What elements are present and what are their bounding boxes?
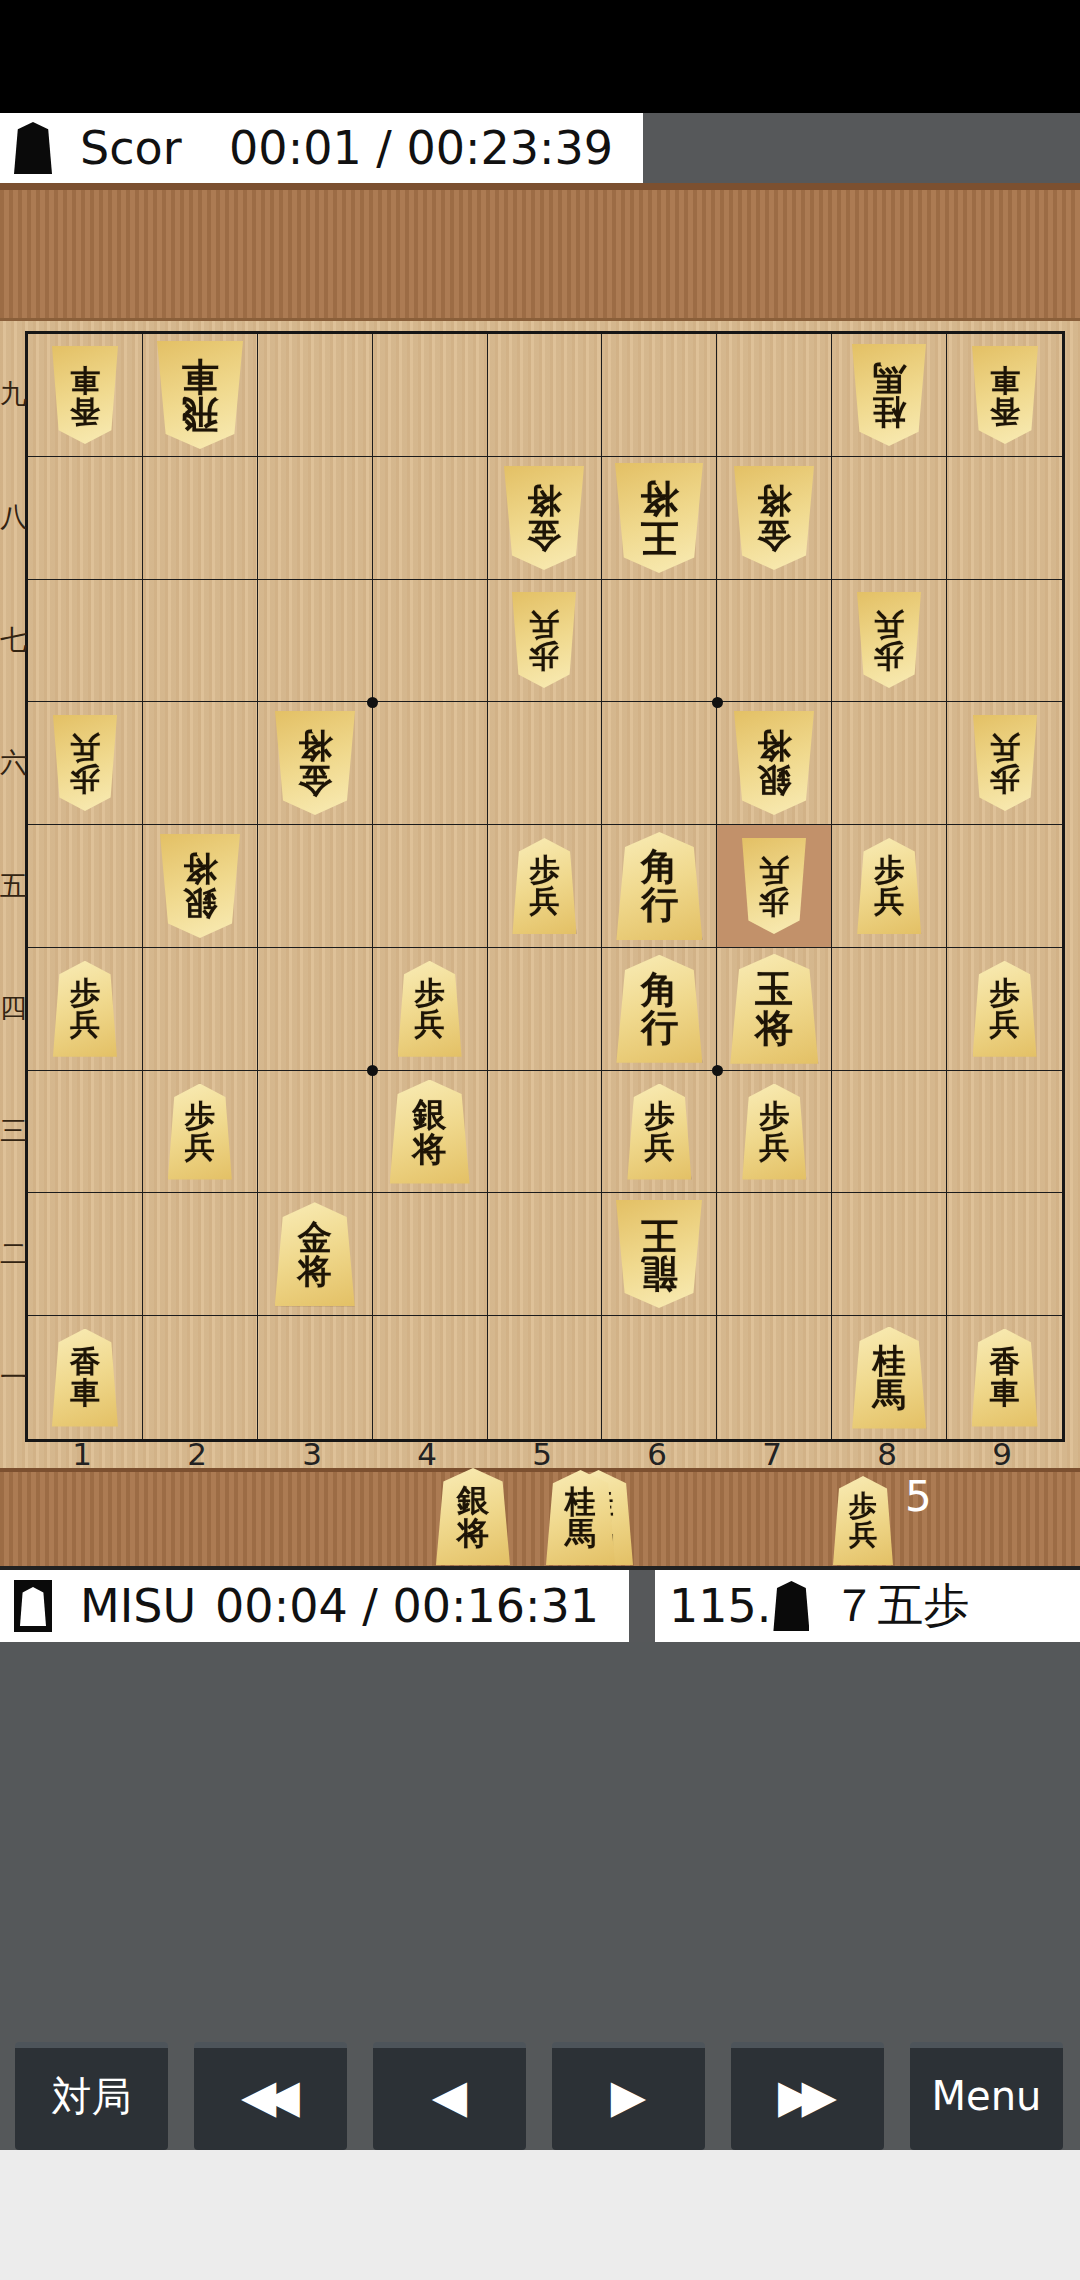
shogi-app-screen: Scor 00:01 / 00:23:39 香車飛車桂馬香車金将王将金将歩兵歩兵… — [0, 0, 1080, 2280]
piece-歩兵-top[interactable]: 歩兵 — [742, 838, 806, 934]
square-6五[interactable]: 角行 — [602, 825, 717, 948]
piece-kanji: 行 — [641, 886, 678, 924]
hand-piece-銀将[interactable]: 銀将 — [436, 1468, 510, 1565]
piece-kanji: 兵 — [70, 733, 100, 764]
rank-label-六: 六 — [0, 745, 24, 781]
piece-kanji: 王 — [641, 1217, 678, 1255]
square-9八[interactable] — [947, 457, 1062, 580]
piece-kanji: 銀 — [413, 1097, 447, 1132]
square-5五[interactable]: 歩兵 — [488, 825, 603, 948]
file-label-2: 2 — [177, 1436, 217, 1472]
hand-piece-歩兵[interactable]: 歩兵 — [833, 1476, 893, 1565]
piece-kanji: 歩 — [185, 1101, 215, 1132]
piece-歩兵-top[interactable]: 歩兵 — [53, 715, 117, 811]
square-7四[interactable]: 玉将 — [717, 948, 832, 1071]
piece-kanji: 金 — [298, 1220, 332, 1255]
piece-歩兵-bottom[interactable]: 歩兵 — [973, 961, 1037, 1057]
piece-kanji: 馬 — [873, 1378, 906, 1412]
piece-kanji: 角 — [641, 848, 678, 886]
piece-kanji: 兵 — [990, 733, 1020, 764]
square-4三[interactable]: 銀将 — [373, 1071, 488, 1194]
piece-kanji: 車 — [70, 364, 100, 395]
square-8八[interactable] — [832, 457, 947, 580]
square-7二[interactable] — [717, 1193, 832, 1316]
piece-kanji: 歩 — [990, 978, 1020, 1009]
move-side-icon — [773, 1581, 809, 1631]
square-2九[interactable]: 飛車 — [143, 334, 258, 457]
piece-kanji: 桂 — [565, 1486, 596, 1518]
square-9九[interactable]: 香車 — [947, 334, 1062, 457]
piece-角行-bottom[interactable]: 角行 — [616, 955, 702, 1063]
square-4九[interactable] — [373, 334, 488, 457]
square-7九[interactable] — [717, 334, 832, 457]
square-1九[interactable]: 香車 — [28, 334, 143, 457]
square-9三[interactable] — [947, 1071, 1062, 1194]
piece-kanji: 兵 — [185, 1132, 215, 1163]
piece-kanji: 銀 — [757, 763, 791, 798]
square-4四[interactable]: 歩兵 — [373, 948, 488, 1071]
piece-kanji: 金 — [298, 763, 332, 798]
square-5一[interactable] — [488, 1316, 603, 1439]
piece-kanji: 歩 — [529, 855, 559, 886]
square-3七[interactable] — [258, 580, 373, 703]
piece-kanji: 兵 — [990, 1009, 1020, 1040]
piece-kanji: 車 — [990, 1378, 1020, 1409]
square-7一[interactable] — [717, 1316, 832, 1439]
rank-label-四: 四 — [0, 990, 24, 1026]
piece-kanji: 香 — [990, 1347, 1020, 1378]
square-2四[interactable] — [143, 948, 258, 1071]
piece-kanji: 将 — [298, 1254, 332, 1289]
square-9七[interactable] — [947, 580, 1062, 703]
piece-kanji: 兵 — [644, 1132, 674, 1163]
square-3一[interactable] — [258, 1316, 373, 1439]
square-7六[interactable]: 銀将 — [717, 702, 832, 825]
piece-kanji: 桂 — [873, 395, 906, 429]
piece-kanji: 将 — [640, 479, 678, 518]
square-2五[interactable]: 銀将 — [143, 825, 258, 948]
piece-kanji: 将 — [298, 729, 332, 764]
square-6七[interactable] — [602, 580, 717, 703]
square-4七[interactable] — [373, 580, 488, 703]
square-5六[interactable] — [488, 702, 603, 825]
piece-kanji: 金 — [757, 518, 791, 553]
piece-kanji: 歩 — [874, 855, 904, 886]
square-8三[interactable] — [832, 1071, 947, 1194]
file-label-5: 5 — [522, 1436, 562, 1472]
rank-label-七: 七 — [0, 622, 24, 658]
square-7三[interactable]: 歩兵 — [717, 1071, 832, 1194]
piece-桂馬-bottom[interactable]: 桂馬 — [852, 1327, 926, 1429]
piece-歩兵-top[interactable]: 歩兵 — [857, 592, 921, 688]
piece-kanji: 歩 — [644, 1101, 674, 1132]
square-6四[interactable]: 角行 — [602, 948, 717, 1071]
square-1二[interactable] — [28, 1193, 143, 1316]
square-5二[interactable] — [488, 1193, 603, 1316]
top-player-panel: Scor 00:01 / 00:23:39 — [0, 113, 643, 183]
square-6三[interactable]: 歩兵 — [602, 1071, 717, 1194]
piece-kanji: 兵 — [874, 610, 904, 641]
file-label-8: 8 — [867, 1436, 907, 1472]
bottom-player-clock: 00:04 / 00:16:31 — [215, 1579, 599, 1633]
piece-kanji: 金 — [527, 518, 561, 553]
piece-kanji: 桂 — [873, 1344, 906, 1378]
piece-kanji: 兵 — [849, 1521, 877, 1550]
square-5八[interactable]: 金将 — [488, 457, 603, 580]
square-7五[interactable]: 歩兵 — [717, 825, 832, 948]
piece-kanji: 将 — [527, 483, 561, 518]
piece-kanji: 将 — [183, 851, 217, 886]
forward-to-end-button[interactable]: ▶▶ — [731, 2042, 884, 2150]
piece-kanji: 香 — [70, 1347, 100, 1378]
piece-kanji: 兵 — [529, 886, 559, 917]
piece-kanji: 将 — [457, 1517, 489, 1550]
piece-王将-top[interactable]: 王将 — [615, 463, 703, 573]
square-3四[interactable] — [258, 948, 373, 1071]
rank-label-九: 九 — [0, 376, 24, 412]
square-1五[interactable] — [28, 825, 143, 948]
square-7七[interactable] — [717, 580, 832, 703]
board-wood-area: 香車飛車桂馬香車金将王将金将歩兵歩兵歩兵金将銀将歩兵銀将歩兵角行歩兵歩兵歩兵歩兵… — [0, 183, 1080, 1566]
square-6六[interactable] — [602, 702, 717, 825]
piece-kanji: 歩 — [70, 978, 100, 1009]
square-4五[interactable] — [373, 825, 488, 948]
piece-kanji: 将 — [757, 483, 791, 518]
piece-kanji: 将 — [755, 1009, 793, 1048]
piece-角行-bottom[interactable]: 角行 — [616, 832, 702, 940]
status-bar-area — [0, 0, 1080, 113]
square-1八[interactable] — [28, 457, 143, 580]
piece-kanji: 歩 — [990, 763, 1020, 794]
top-player-clock: 00:01 / 00:23:39 — [229, 121, 613, 175]
piece-香車-top[interactable]: 香車 — [52, 346, 118, 444]
last-move-text: ７五歩 — [831, 1575, 969, 1637]
piece-歩兵-bottom[interactable]: 歩兵 — [512, 838, 576, 934]
piece-kanji: 将 — [757, 729, 791, 764]
rank-label-一: 一 — [0, 1359, 24, 1395]
square-1一[interactable]: 香車 — [28, 1316, 143, 1439]
top-player-bar: Scor 00:01 / 00:23:39 — [0, 113, 1080, 183]
piece-金将-top[interactable]: 金将 — [275, 711, 355, 815]
move-number: 115. — [669, 1579, 771, 1633]
piece-kanji: 歩 — [759, 1101, 789, 1132]
piece-kanji: 歩 — [70, 763, 100, 794]
rewind-to-start-button[interactable]: ◀◀ — [194, 2042, 347, 2150]
piece-kanji: 角 — [641, 971, 678, 1009]
piece-kanji: 香 — [990, 395, 1020, 426]
star-point — [367, 697, 378, 708]
square-6八[interactable]: 王将 — [602, 457, 717, 580]
piece-kanji: 歩 — [529, 640, 559, 671]
rank-label-八: 八 — [0, 499, 24, 535]
top-bar-filler — [643, 113, 1080, 183]
bottom-light-strip — [0, 2150, 1080, 2280]
square-6一[interactable] — [602, 1316, 717, 1439]
piece-kanji: 兵 — [759, 1132, 789, 1163]
square-2七[interactable] — [143, 580, 258, 703]
square-7八[interactable]: 金将 — [717, 457, 832, 580]
piece-金将-top[interactable]: 金将 — [734, 466, 814, 570]
star-point — [712, 1065, 723, 1076]
piece-歩兵-top[interactable]: 歩兵 — [973, 715, 1037, 811]
square-8二[interactable] — [832, 1193, 947, 1316]
square-2二[interactable] — [143, 1193, 258, 1316]
piece-kanji: 車 — [990, 364, 1020, 395]
square-5七[interactable]: 歩兵 — [488, 580, 603, 703]
piece-金将-bottom[interactable]: 金将 — [275, 1202, 355, 1306]
step-back-button[interactable]: ◀ — [373, 2042, 526, 2150]
piece-kanji: 歩 — [759, 886, 789, 917]
square-1七[interactable] — [28, 580, 143, 703]
piece-kanji: 歩 — [415, 978, 445, 1009]
star-point — [712, 697, 723, 708]
piece-龍王-top[interactable]: 龍王 — [616, 1200, 702, 1308]
square-6二[interactable]: 龍王 — [602, 1193, 717, 1316]
square-9四[interactable]: 歩兵 — [947, 948, 1062, 1071]
lower-gray-area: 対局◀◀◀▶▶▶Menu — [0, 1642, 1080, 2150]
piece-kanji: 兵 — [415, 1009, 445, 1040]
square-5九[interactable] — [488, 334, 603, 457]
piece-歩兵-top[interactable]: 歩兵 — [512, 592, 576, 688]
square-8一[interactable]: 桂馬 — [832, 1316, 947, 1439]
piece-kanji: 行 — [641, 1009, 678, 1047]
piece-歩兵-bottom[interactable]: 歩兵 — [168, 1084, 232, 1180]
piece-銀将-top[interactable]: 銀将 — [734, 711, 814, 815]
square-1三[interactable] — [28, 1071, 143, 1194]
top-captured-tray — [0, 183, 1080, 321]
piece-kanji: 歩 — [874, 640, 904, 671]
piece-歩兵-bottom[interactable]: 歩兵 — [742, 1084, 806, 1180]
step-forward-button[interactable]: ▶ — [552, 2042, 705, 2150]
square-3六[interactable]: 金将 — [258, 702, 373, 825]
piece-kanji: 兵 — [759, 855, 789, 886]
square-3三[interactable] — [258, 1071, 373, 1194]
top-player-name: Scor — [80, 121, 182, 175]
sente-piece-icon — [14, 122, 52, 174]
square-4六[interactable] — [373, 702, 488, 825]
piece-歩兵-bottom[interactable]: 歩兵 — [857, 838, 921, 934]
piece-kanji: 龍 — [641, 1254, 678, 1292]
square-8九[interactable]: 桂馬 — [832, 334, 947, 457]
rank-label-二: 二 — [0, 1236, 24, 1272]
piece-kanji: 馬 — [565, 1518, 596, 1550]
rank-label-五: 五 — [0, 868, 24, 904]
file-label-3: 3 — [292, 1436, 332, 1472]
piece-歩兵-bottom[interactable]: 歩兵 — [398, 961, 462, 1057]
bottom-player-panel: MISU 00:04 / 00:16:31 — [0, 1570, 629, 1642]
file-label-4: 4 — [407, 1436, 447, 1472]
piece-kanji: 兵 — [529, 610, 559, 641]
new-game-button[interactable]: 対局 — [15, 2042, 168, 2150]
piece-香車-bottom[interactable]: 香車 — [972, 1329, 1038, 1427]
piece-kanji: 兵 — [874, 886, 904, 917]
menu-button[interactable]: Menu — [910, 2042, 1063, 2150]
square-8七[interactable]: 歩兵 — [832, 580, 947, 703]
hand-piece-桂馬[interactable]: 桂馬 — [546, 1470, 615, 1565]
piece-kanji: 王 — [640, 518, 678, 557]
piece-kanji: 香 — [70, 395, 100, 426]
piece-kanji: 車 — [181, 357, 218, 395]
rank-label-三: 三 — [0, 1113, 24, 1149]
file-label-9: 9 — [982, 1436, 1022, 1472]
square-3八[interactable] — [258, 457, 373, 580]
square-2八[interactable] — [143, 457, 258, 580]
piece-歩兵-bottom[interactable]: 歩兵 — [53, 961, 117, 1057]
square-3五[interactable] — [258, 825, 373, 948]
square-6九[interactable] — [602, 334, 717, 457]
piece-kanji: 歩 — [849, 1492, 877, 1521]
square-4一[interactable] — [373, 1316, 488, 1439]
piece-桂馬-top[interactable]: 桂馬 — [852, 344, 926, 446]
file-label-7: 7 — [752, 1436, 792, 1472]
piece-kanji: 銀 — [457, 1484, 489, 1517]
square-1六[interactable]: 歩兵 — [28, 702, 143, 825]
square-4八[interactable] — [373, 457, 488, 580]
shogi-board[interactable]: 香車飛車桂馬香車金将王将金将歩兵歩兵歩兵金将銀将歩兵銀将歩兵角行歩兵歩兵歩兵歩兵… — [25, 331, 1065, 1442]
piece-kanji: 飛 — [181, 395, 218, 433]
square-9五[interactable] — [947, 825, 1062, 948]
square-5四[interactable] — [488, 948, 603, 1071]
file-label-6: 6 — [637, 1436, 677, 1472]
square-1四[interactable]: 歩兵 — [28, 948, 143, 1071]
piece-香車-bottom[interactable]: 香車 — [52, 1329, 118, 1427]
square-9二[interactable] — [947, 1193, 1062, 1316]
square-9六[interactable]: 歩兵 — [947, 702, 1062, 825]
square-3二[interactable]: 金将 — [258, 1193, 373, 1316]
piece-kanji: 玉 — [755, 970, 793, 1009]
piece-kanji: 兵 — [70, 1009, 100, 1040]
square-3九[interactable] — [258, 334, 373, 457]
hand-pawn-count: 5 — [905, 1472, 932, 1521]
bottom-info-bar: MISU 00:04 / 00:16:31 115. ７五歩 — [0, 1570, 1080, 1642]
piece-銀将-top[interactable]: 銀将 — [160, 834, 240, 938]
piece-kanji: 馬 — [873, 361, 906, 395]
piece-飛車-top[interactable]: 飛車 — [157, 341, 243, 449]
piece-歩兵-bottom[interactable]: 歩兵 — [627, 1084, 691, 1180]
square-4二[interactable] — [373, 1193, 488, 1316]
square-2一[interactable] — [143, 1316, 258, 1439]
bottom-player-name: MISU — [80, 1579, 196, 1633]
piece-銀将-bottom[interactable]: 銀将 — [390, 1080, 470, 1184]
square-9一[interactable]: 香車 — [947, 1316, 1062, 1439]
piece-香車-top[interactable]: 香車 — [972, 346, 1038, 444]
square-8五[interactable]: 歩兵 — [832, 825, 947, 948]
file-label-1: 1 — [62, 1436, 102, 1472]
square-2三[interactable]: 歩兵 — [143, 1071, 258, 1194]
piece-kanji: 将 — [413, 1132, 447, 1167]
piece-金将-top[interactable]: 金将 — [504, 466, 584, 570]
piece-玉将-bottom[interactable]: 玉将 — [730, 954, 818, 1064]
gote-piece-icon — [14, 1580, 52, 1632]
square-2六[interactable] — [143, 702, 258, 825]
bottom-captured-tray[interactable]: 銀将桂馬桂馬歩兵5 — [0, 1468, 1080, 1570]
square-5三[interactable] — [488, 1071, 603, 1194]
piece-kanji: 車 — [70, 1378, 100, 1409]
square-8六[interactable] — [832, 702, 947, 825]
square-8四[interactable] — [832, 948, 947, 1071]
piece-kanji: 銀 — [183, 886, 217, 921]
last-move-panel: 115. ７五歩 — [655, 1570, 1080, 1642]
